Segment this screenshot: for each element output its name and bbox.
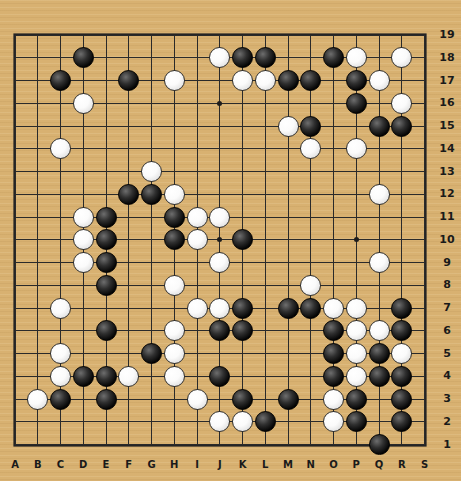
- stone-black-K10[interactable]: [232, 229, 253, 250]
- stone-white-H5[interactable]: [164, 343, 185, 364]
- stone-white-C4[interactable]: [50, 366, 71, 387]
- stone-black-E9[interactable]: [96, 252, 117, 273]
- stone-black-F12[interactable]: [118, 184, 139, 205]
- stone-black-E10[interactable]: [96, 229, 117, 250]
- row-label-12: 12: [435, 187, 459, 200]
- stone-white-N14[interactable]: [300, 138, 321, 159]
- col-label-S: S: [415, 459, 435, 470]
- stone-black-M7[interactable]: [278, 298, 299, 319]
- goban[interactable]: ABCDEFGHIJKLMNOPQRS191817161514131211109…: [0, 0, 461, 481]
- stone-white-P18[interactable]: [346, 47, 367, 68]
- row-label-18: 18: [435, 51, 459, 64]
- row-label-2: 2: [435, 415, 459, 428]
- col-label-N: N: [301, 459, 321, 470]
- col-label-M: M: [278, 459, 298, 470]
- stone-black-K18[interactable]: [232, 47, 253, 68]
- grid-hline: [15, 444, 425, 445]
- stone-black-E11[interactable]: [96, 207, 117, 228]
- stone-black-N15[interactable]: [300, 116, 321, 137]
- stone-white-M15[interactable]: [278, 116, 299, 137]
- stone-black-D18[interactable]: [73, 47, 94, 68]
- stone-white-J11[interactable]: [209, 207, 230, 228]
- stone-black-O5[interactable]: [323, 343, 344, 364]
- stone-black-R7[interactable]: [391, 298, 412, 319]
- stone-white-F4[interactable]: [118, 366, 139, 387]
- stone-white-Q12[interactable]: [369, 184, 390, 205]
- grid-vline: [265, 35, 266, 445]
- stone-white-O3[interactable]: [323, 389, 344, 410]
- stone-black-D4[interactable]: [73, 366, 94, 387]
- stone-black-C3[interactable]: [50, 389, 71, 410]
- stone-black-Q1[interactable]: [369, 434, 390, 455]
- stone-black-E6[interactable]: [96, 320, 117, 341]
- row-label-5: 5: [435, 347, 459, 360]
- stone-black-Q5[interactable]: [369, 343, 390, 364]
- stone-black-P17[interactable]: [346, 70, 367, 91]
- row-label-15: 15: [435, 119, 459, 132]
- stone-white-H6[interactable]: [164, 320, 185, 341]
- star-point-P10: [354, 237, 359, 242]
- col-label-K: K: [233, 459, 253, 470]
- stone-white-D11[interactable]: [73, 207, 94, 228]
- stone-white-I11[interactable]: [187, 207, 208, 228]
- stone-white-R16[interactable]: [391, 93, 412, 114]
- stone-black-N7[interactable]: [300, 298, 321, 319]
- stone-black-P16[interactable]: [346, 93, 367, 114]
- stone-white-I10[interactable]: [187, 229, 208, 250]
- stone-white-D10[interactable]: [73, 229, 94, 250]
- col-label-E: E: [96, 459, 116, 470]
- stone-white-Q6[interactable]: [369, 320, 390, 341]
- stone-white-G13[interactable]: [141, 161, 162, 182]
- stone-white-J9[interactable]: [209, 252, 230, 273]
- col-label-D: D: [73, 459, 93, 470]
- stone-black-H10[interactable]: [164, 229, 185, 250]
- stone-white-C7[interactable]: [50, 298, 71, 319]
- col-label-B: B: [28, 459, 48, 470]
- col-label-L: L: [255, 459, 275, 470]
- stone-white-P14[interactable]: [346, 138, 367, 159]
- stone-black-N17[interactable]: [300, 70, 321, 91]
- col-label-P: P: [346, 459, 366, 470]
- stone-black-P3[interactable]: [346, 389, 367, 410]
- row-label-3: 3: [435, 392, 459, 405]
- stone-black-H11[interactable]: [164, 207, 185, 228]
- stone-black-O18[interactable]: [323, 47, 344, 68]
- stone-white-B3[interactable]: [27, 389, 48, 410]
- row-label-17: 17: [435, 74, 459, 87]
- stone-black-E3[interactable]: [96, 389, 117, 410]
- stone-black-F17[interactable]: [118, 70, 139, 91]
- stone-white-K2[interactable]: [232, 411, 253, 432]
- row-label-6: 6: [435, 324, 459, 337]
- row-label-8: 8: [435, 278, 459, 291]
- grid-hline: [15, 285, 425, 286]
- col-label-I: I: [187, 459, 207, 470]
- stone-black-L2[interactable]: [255, 411, 276, 432]
- star-point-J16: [217, 101, 222, 106]
- grid-vline: [288, 35, 289, 445]
- stone-white-I3[interactable]: [187, 389, 208, 410]
- stone-white-P4[interactable]: [346, 366, 367, 387]
- row-label-13: 13: [435, 165, 459, 178]
- grid-vline: [424, 35, 425, 445]
- row-label-14: 14: [435, 142, 459, 155]
- stone-black-O4[interactable]: [323, 366, 344, 387]
- stone-white-N8[interactable]: [300, 275, 321, 296]
- stone-black-K3[interactable]: [232, 389, 253, 410]
- stone-black-R4[interactable]: [391, 366, 412, 387]
- col-label-G: G: [142, 459, 162, 470]
- grid-vline: [310, 35, 311, 445]
- stone-white-H17[interactable]: [164, 70, 185, 91]
- stone-black-L18[interactable]: [255, 47, 276, 68]
- stone-white-C14[interactable]: [50, 138, 71, 159]
- stone-black-O6[interactable]: [323, 320, 344, 341]
- stone-white-L17[interactable]: [255, 70, 276, 91]
- row-label-11: 11: [435, 210, 459, 223]
- stone-black-K6[interactable]: [232, 320, 253, 341]
- stone-black-R6[interactable]: [391, 320, 412, 341]
- stone-white-R18[interactable]: [391, 47, 412, 68]
- row-label-10: 10: [435, 233, 459, 246]
- stone-black-E8[interactable]: [96, 275, 117, 296]
- col-label-R: R: [392, 459, 412, 470]
- col-label-Q: Q: [369, 459, 389, 470]
- row-label-7: 7: [435, 301, 459, 314]
- stone-white-J18[interactable]: [209, 47, 230, 68]
- stone-white-P6[interactable]: [346, 320, 367, 341]
- stone-white-P7[interactable]: [346, 298, 367, 319]
- col-label-A: A: [5, 459, 25, 470]
- stone-white-C5[interactable]: [50, 343, 71, 364]
- stone-white-J2[interactable]: [209, 411, 230, 432]
- stone-white-Q17[interactable]: [369, 70, 390, 91]
- col-label-F: F: [119, 459, 139, 470]
- stone-black-E4[interactable]: [96, 366, 117, 387]
- stone-black-J4[interactable]: [209, 366, 230, 387]
- stone-black-M17[interactable]: [278, 70, 299, 91]
- stone-white-R5[interactable]: [391, 343, 412, 364]
- row-label-4: 4: [435, 369, 459, 382]
- stone-white-O2[interactable]: [323, 411, 344, 432]
- row-label-19: 19: [435, 28, 459, 41]
- star-point-J10: [217, 237, 222, 242]
- stone-black-Q15[interactable]: [369, 116, 390, 137]
- row-label-9: 9: [435, 256, 459, 269]
- stone-black-K7[interactable]: [232, 298, 253, 319]
- stone-white-P5[interactable]: [346, 343, 367, 364]
- stone-black-R15[interactable]: [391, 116, 412, 137]
- col-label-H: H: [164, 459, 184, 470]
- stone-white-O7[interactable]: [323, 298, 344, 319]
- stone-black-C17[interactable]: [50, 70, 71, 91]
- col-label-J: J: [210, 459, 230, 470]
- stone-black-R3[interactable]: [391, 389, 412, 410]
- stone-white-H12[interactable]: [164, 184, 185, 205]
- stone-black-Q4[interactable]: [369, 366, 390, 387]
- stone-black-G5[interactable]: [141, 343, 162, 364]
- stone-white-D16[interactable]: [73, 93, 94, 114]
- col-label-O: O: [324, 459, 344, 470]
- stone-white-J7[interactable]: [209, 298, 230, 319]
- stone-black-R2[interactable]: [391, 411, 412, 432]
- row-label-16: 16: [435, 96, 459, 109]
- stone-black-P2[interactable]: [346, 411, 367, 432]
- stone-black-J6[interactable]: [209, 320, 230, 341]
- stone-black-G12[interactable]: [141, 184, 162, 205]
- stone-white-H8[interactable]: [164, 275, 185, 296]
- stone-black-M3[interactable]: [278, 389, 299, 410]
- col-label-C: C: [51, 459, 71, 470]
- stone-white-I7[interactable]: [187, 298, 208, 319]
- stone-white-Q9[interactable]: [369, 252, 390, 273]
- stone-white-H4[interactable]: [164, 366, 185, 387]
- stone-white-K17[interactable]: [232, 70, 253, 91]
- row-label-1: 1: [435, 438, 459, 451]
- stone-white-D9[interactable]: [73, 252, 94, 273]
